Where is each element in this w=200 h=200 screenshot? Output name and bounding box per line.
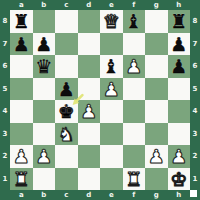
rank-label-right-2: 2	[190, 145, 200, 168]
square-h1[interactable]: ♚	[168, 168, 191, 191]
square-e3[interactable]	[100, 123, 123, 146]
square-d3[interactable]	[78, 123, 101, 146]
square-b8[interactable]	[33, 10, 56, 33]
file-label-bottom-c: c	[55, 190, 78, 200]
square-a4[interactable]	[10, 100, 33, 123]
square-g4[interactable]	[145, 100, 168, 123]
square-c8[interactable]	[55, 10, 78, 33]
square-b5[interactable]	[33, 78, 56, 101]
square-e7[interactable]	[100, 33, 123, 56]
rank-label-right-3: 3	[190, 123, 200, 146]
square-f8[interactable]: ♝	[123, 10, 146, 33]
square-d7[interactable]	[78, 33, 101, 56]
rank-label-right-8: 8	[190, 10, 200, 33]
square-c7[interactable]	[55, 33, 78, 56]
square-c1[interactable]	[55, 168, 78, 191]
square-d5[interactable]	[78, 78, 101, 101]
square-h7[interactable]: ♟	[168, 33, 191, 56]
piece-white-pawn: ♟	[13, 145, 30, 168]
piece-white-pawn: ♟	[125, 55, 142, 78]
square-a6[interactable]	[10, 55, 33, 78]
square-a3[interactable]	[10, 123, 33, 146]
rank-label-left-5: 5	[0, 78, 10, 101]
rank-label-right-4: 4	[190, 100, 200, 123]
square-a7[interactable]: ♟	[10, 33, 33, 56]
piece-black-bishop: ♝	[103, 55, 120, 78]
square-d1[interactable]	[78, 168, 101, 191]
square-d2[interactable]	[78, 145, 101, 168]
piece-white-pawn: ♟	[80, 100, 97, 123]
file-label-top-g: g	[145, 0, 168, 10]
square-b6[interactable]: ♛	[33, 55, 56, 78]
piece-black-pawn: ♟	[170, 55, 187, 78]
square-h2[interactable]: ♟	[168, 145, 191, 168]
file-label-bottom-f: f	[123, 190, 146, 200]
piece-black-king: ♚	[58, 100, 75, 123]
piece-white-pawn: ♟	[170, 145, 187, 168]
square-g1[interactable]	[145, 168, 168, 191]
file-label-bottom-a: a	[10, 190, 33, 200]
square-b2[interactable]: ♟	[33, 145, 56, 168]
square-g7[interactable]	[145, 33, 168, 56]
file-label-top-c: c	[55, 0, 78, 10]
square-f6[interactable]: ♟	[123, 55, 146, 78]
square-f1[interactable]: ♜	[123, 168, 146, 191]
rank-label-left-8: 8	[0, 10, 10, 33]
rank-label-left-7: 7	[0, 33, 10, 56]
file-label-top-h: h	[168, 0, 191, 10]
square-a8[interactable]: ♜	[10, 10, 33, 33]
square-c6[interactable]	[55, 55, 78, 78]
piece-white-knight: ♞	[58, 122, 75, 145]
square-g5[interactable]	[145, 78, 168, 101]
rank-label-right-6: 6	[190, 55, 200, 78]
square-g8[interactable]	[145, 10, 168, 33]
side-to-move-indicator	[190, 190, 197, 197]
file-label-top-e: e	[100, 0, 123, 10]
square-b4[interactable]	[33, 100, 56, 123]
rank-label-left-3: 3	[0, 123, 10, 146]
square-b3[interactable]	[33, 123, 56, 146]
square-e5[interactable]: ♟	[100, 78, 123, 101]
piece-black-queen: ♛	[35, 55, 52, 78]
square-b1[interactable]	[33, 168, 56, 191]
file-label-top-b: b	[33, 0, 56, 10]
file-label-bottom-b: b	[33, 190, 56, 200]
chess-diagram: ♜♛♝♜♟♟♟♛♝♟♟♟♟♚♟♞♟♟♟♟♜♜♚ aabbccddeeffgghh…	[0, 0, 200, 200]
piece-white-rook: ♜	[13, 167, 30, 190]
square-f4[interactable]	[123, 100, 146, 123]
square-f7[interactable]	[123, 33, 146, 56]
piece-white-pawn: ♟	[103, 77, 120, 100]
chess-board: ♜♛♝♜♟♟♟♛♝♟♟♟♟♚♟♞♟♟♟♟♜♜♚	[10, 10, 190, 190]
square-g3[interactable]	[145, 123, 168, 146]
square-c5[interactable]: ♟	[55, 78, 78, 101]
square-e2[interactable]	[100, 145, 123, 168]
square-d8[interactable]	[78, 10, 101, 33]
file-label-bottom-d: d	[78, 190, 101, 200]
square-h5[interactable]	[168, 78, 191, 101]
piece-white-pawn: ♟	[148, 145, 165, 168]
rank-label-right-7: 7	[190, 33, 200, 56]
piece-black-bishop: ♝	[125, 10, 142, 33]
square-a2[interactable]: ♟	[10, 145, 33, 168]
square-d4[interactable]: ♟	[78, 100, 101, 123]
piece-white-king: ♚	[170, 167, 187, 190]
rank-label-left-2: 2	[0, 145, 10, 168]
rank-label-right-1: 1	[190, 168, 200, 191]
piece-white-queen: ♛	[103, 10, 120, 33]
file-label-bottom-e: e	[100, 190, 123, 200]
square-b7[interactable]: ♟	[33, 33, 56, 56]
square-a5[interactable]	[10, 78, 33, 101]
rank-label-left-1: 1	[0, 168, 10, 191]
file-label-bottom-g: g	[145, 190, 168, 200]
square-c3[interactable]: ♞	[55, 123, 78, 146]
square-h6[interactable]: ♟	[168, 55, 191, 78]
square-e4[interactable]	[100, 100, 123, 123]
square-a1[interactable]: ♜	[10, 168, 33, 191]
square-f2[interactable]	[123, 145, 146, 168]
square-e6[interactable]: ♝	[100, 55, 123, 78]
square-h4[interactable]	[168, 100, 191, 123]
rank-label-left-4: 4	[0, 100, 10, 123]
piece-black-pawn: ♟	[58, 77, 75, 100]
square-h8[interactable]: ♜	[168, 10, 191, 33]
square-h3[interactable]	[168, 123, 191, 146]
square-f5[interactable]	[123, 78, 146, 101]
file-label-bottom-h: h	[168, 190, 191, 200]
rank-label-right-5: 5	[190, 78, 200, 101]
square-e1[interactable]	[100, 168, 123, 191]
piece-black-rook: ♜	[170, 10, 187, 33]
rank-label-left-6: 6	[0, 55, 10, 78]
piece-black-pawn: ♟	[170, 32, 187, 55]
file-label-top-a: a	[10, 0, 33, 10]
square-d6[interactable]	[78, 55, 101, 78]
piece-white-rook: ♜	[125, 167, 142, 190]
square-f3[interactable]	[123, 123, 146, 146]
square-g2[interactable]: ♟	[145, 145, 168, 168]
square-c4[interactable]: ♚	[55, 100, 78, 123]
file-label-top-d: d	[78, 0, 101, 10]
piece-black-rook: ♜	[13, 10, 30, 33]
square-e8[interactable]: ♛	[100, 10, 123, 33]
piece-black-pawn: ♟	[35, 32, 52, 55]
file-label-top-f: f	[123, 0, 146, 10]
piece-white-pawn: ♟	[35, 145, 52, 168]
square-c2[interactable]	[55, 145, 78, 168]
piece-black-pawn: ♟	[13, 32, 30, 55]
square-g6[interactable]	[145, 55, 168, 78]
